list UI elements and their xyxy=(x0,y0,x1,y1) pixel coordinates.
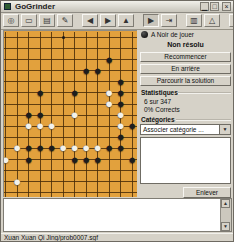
board-point-5-7[interactable] xyxy=(58,110,70,121)
white-stone: ● xyxy=(59,142,67,155)
board-point-10-13[interactable] xyxy=(115,176,127,187)
black-stone: ● xyxy=(117,97,125,110)
board-point-4-8[interactable]: ● xyxy=(46,121,58,132)
board-point-8-4[interactable] xyxy=(92,76,104,87)
board-point-5-12[interactable] xyxy=(58,165,70,176)
board-point-0-2[interactable] xyxy=(3,54,12,65)
board-point-11-1[interactable] xyxy=(127,43,138,54)
board-point-10-3[interactable] xyxy=(115,65,127,76)
board-point-10-8[interactable]: ● xyxy=(115,121,127,132)
remove-button[interactable]: Enlever xyxy=(183,187,231,198)
white-stone: ● xyxy=(71,142,79,155)
board-point-8-5[interactable] xyxy=(92,87,104,98)
side-panel: A Noir de jouer Non résolu Recommencer E… xyxy=(138,30,233,197)
board-point-1-4[interactable] xyxy=(12,76,24,87)
board-point-11-7[interactable] xyxy=(127,110,138,121)
white-stone: ● xyxy=(3,153,10,166)
status-bar: Xuan Xuan Qi Jing/prob0007.sgf xyxy=(1,233,233,242)
toolbar-button-mark[interactable]: ▲ xyxy=(118,14,134,27)
board-point-8-3[interactable]: ● xyxy=(92,65,104,76)
copy-icon: ▥ xyxy=(190,16,198,25)
status-file-path: Xuan Xuan Qi Jing/prob0007.sgf xyxy=(4,234,98,241)
board-point-11-11[interactable]: ● xyxy=(127,154,138,165)
window-title: GoGrinder xyxy=(15,2,55,12)
board-point-10-2[interactable] xyxy=(115,54,127,65)
board-point-7-7[interactable] xyxy=(81,110,93,121)
board-point-4-9[interactable] xyxy=(46,132,58,143)
board-point-4-11[interactable] xyxy=(46,154,58,165)
zoom-icon: ◎ xyxy=(8,16,15,25)
board-point-3-14[interactable] xyxy=(35,187,47,197)
board-point-4-0[interactable] xyxy=(46,32,58,43)
board-point-5-2[interactable] xyxy=(58,54,70,65)
board-point-3-13[interactable] xyxy=(35,176,47,187)
board-point-3-0[interactable] xyxy=(35,32,47,43)
board-point-11-3[interactable] xyxy=(127,65,138,76)
board-point-0-4[interactable] xyxy=(3,76,12,87)
white-stone: ● xyxy=(117,120,125,133)
board-point-4-2[interactable] xyxy=(46,54,58,65)
board-point-2-7[interactable]: ● xyxy=(23,110,35,121)
toolbar-button-play[interactable]: ▶ xyxy=(143,14,159,27)
black-stone: ● xyxy=(128,120,136,133)
board-point-10-11[interactable] xyxy=(115,154,127,165)
black-stone: ● xyxy=(36,86,44,99)
board-point-10-4[interactable]: ● xyxy=(115,76,127,87)
board-point-0-6[interactable] xyxy=(3,99,12,110)
board-point-8-13[interactable] xyxy=(92,176,104,187)
board-point-7-1[interactable] xyxy=(81,43,93,54)
hoshi-point xyxy=(62,36,65,39)
toolbar: ◎▭▤✎◀▶▲▶⇥▥△◇▦ xyxy=(1,13,233,30)
board-point-11-14[interactable] xyxy=(127,187,138,197)
board-point-9-9[interactable] xyxy=(104,132,116,143)
skip-icon: ⇥ xyxy=(166,16,173,25)
board-point-9-10[interactable]: ● xyxy=(104,143,116,154)
board-point-0-10[interactable] xyxy=(3,143,12,154)
board-point-7-14[interactable] xyxy=(81,187,93,197)
vertical-scrollbar[interactable]: ▲ ▼ xyxy=(220,199,231,231)
browse-solution-button[interactable]: Parcourir la solution xyxy=(140,76,231,86)
board-point-1-1[interactable] xyxy=(12,43,24,54)
board-point-3-6[interactable] xyxy=(35,99,47,110)
board-point-4-13[interactable] xyxy=(46,176,58,187)
black-stone: ● xyxy=(117,86,125,99)
toolbar-button-prev-problem[interactable]: ◀ xyxy=(82,14,98,27)
board-point-0-7[interactable] xyxy=(3,110,12,121)
toolbar-button-collection[interactable]: ▤ xyxy=(39,14,55,27)
board-point-4-3[interactable] xyxy=(46,65,58,76)
step-back-button[interactable]: En arrière xyxy=(140,64,231,74)
board-point-1-14[interactable] xyxy=(12,187,24,197)
black-stone: ● xyxy=(25,142,33,155)
black-stone: ● xyxy=(71,153,79,166)
board-point-9-4[interactable] xyxy=(104,76,116,87)
board-point-6-8[interactable] xyxy=(69,121,81,132)
board-point-10-0[interactable] xyxy=(115,32,127,43)
black-stone: ● xyxy=(36,108,44,121)
board-point-7-9[interactable] xyxy=(81,132,93,143)
black-stone: ● xyxy=(94,64,102,77)
go-board[interactable]: ●●●●●●●●●●●●●●●●●●●●●●●●●●●●●●●●●●●●● xyxy=(3,30,137,197)
title-bar[interactable]: GoGrinder ▁ □ × xyxy=(1,1,233,13)
board-point-8-14[interactable] xyxy=(92,187,104,197)
statistics-title: Statistiques xyxy=(141,89,178,96)
chevron-down-icon[interactable]: ▼ xyxy=(219,125,230,134)
black-stone: ● xyxy=(105,142,113,155)
white-stone: ● xyxy=(94,142,102,155)
board-point-10-12[interactable] xyxy=(115,165,127,176)
board-point-1-8[interactable] xyxy=(12,121,24,132)
board-point-8-11[interactable]: ● xyxy=(92,154,104,165)
black-stone: ● xyxy=(117,131,125,144)
board-point-5-5[interactable] xyxy=(58,87,70,98)
board-point-5-11[interactable] xyxy=(58,154,70,165)
toolbar-button-skip[interactable]: ⇥ xyxy=(161,14,177,27)
white-stone: ● xyxy=(82,142,90,155)
board-point-4-14[interactable] xyxy=(46,187,58,197)
board-point-6-12[interactable] xyxy=(69,165,81,176)
board-point-3-10[interactable]: ● xyxy=(35,143,47,154)
board-point-6-6[interactable] xyxy=(69,99,81,110)
board-point-7-5[interactable] xyxy=(81,87,93,98)
white-stone: ● xyxy=(36,120,44,133)
board-point-6-13[interactable] xyxy=(69,176,81,187)
toolbar-button-next-problem[interactable]: ▶ xyxy=(100,14,116,27)
board-point-2-12[interactable] xyxy=(23,165,35,176)
board-point-0-11[interactable]: ● xyxy=(3,154,12,165)
board-point-4-6[interactable] xyxy=(46,99,58,110)
solved-status-label: Non résolu xyxy=(138,41,233,48)
board-point-4-4[interactable] xyxy=(46,76,58,87)
board-point-4-12[interactable] xyxy=(46,165,58,176)
board-point-0-5[interactable] xyxy=(3,87,12,98)
board-point-2-9[interactable] xyxy=(23,132,35,143)
board-point-7-10[interactable]: ● xyxy=(81,143,93,154)
board-point-2-0[interactable] xyxy=(23,32,35,43)
black-stone: ● xyxy=(117,142,125,155)
warning-icon: △ xyxy=(209,16,215,25)
board-point-2-8[interactable]: ● xyxy=(23,121,35,132)
category-combobox[interactable]: Associer catégorie ... ▼ xyxy=(140,124,231,135)
black-stone: ● xyxy=(71,86,79,99)
board-point-7-4[interactable] xyxy=(81,76,93,87)
board-point-9-8[interactable] xyxy=(104,121,116,132)
black-stone: ● xyxy=(94,153,102,166)
black-stone: ● xyxy=(117,75,125,88)
board-point-5-13[interactable] xyxy=(58,176,70,187)
toolbar-button-zoom[interactable]: ◎ xyxy=(3,14,19,27)
restart-button[interactable]: Recommencer xyxy=(140,52,231,62)
board-point-2-10[interactable]: ● xyxy=(23,143,35,154)
board-point-11-8[interactable]: ● xyxy=(127,121,138,132)
board-point-6-3[interactable] xyxy=(69,65,81,76)
toolbar-button-warning[interactable]: △ xyxy=(204,14,220,27)
board-point-2-4[interactable] xyxy=(23,76,35,87)
collection-icon: ▤ xyxy=(43,16,51,25)
board-point-4-7[interactable] xyxy=(46,110,58,121)
play-icon: ▶ xyxy=(148,16,154,25)
board-point-3-5[interactable]: ● xyxy=(35,87,47,98)
board-point-9-1[interactable] xyxy=(104,43,116,54)
board-point-1-5[interactable] xyxy=(12,87,24,98)
board-point-6-7[interactable]: ● xyxy=(69,110,81,121)
board-point-9-13[interactable] xyxy=(104,176,116,187)
comments-textarea[interactable]: ▲ ▼ xyxy=(3,198,232,232)
board-point-9-2[interactable]: ● xyxy=(104,54,116,65)
board-point-5-9[interactable] xyxy=(58,132,70,143)
app-icon xyxy=(4,3,11,10)
board-point-10-9[interactable]: ● xyxy=(115,132,127,143)
board-point-4-5[interactable] xyxy=(46,87,58,98)
category-combobox-value: Associer catégorie ... xyxy=(143,126,204,133)
goban-grid: ●●●●●●●●●●●●●●●●●●●●●●●●●●●●●●●●●●●●● xyxy=(3,32,137,197)
board-point-11-6[interactable] xyxy=(127,99,138,110)
white-stone: ● xyxy=(117,108,125,121)
board-point-5-14[interactable] xyxy=(58,187,70,197)
board-point-5-3[interactable] xyxy=(58,65,70,76)
white-stone: ● xyxy=(105,86,113,99)
mark-icon: ▲ xyxy=(122,16,130,25)
board-point-11-5[interactable] xyxy=(127,87,138,98)
black-stone: ● xyxy=(128,153,136,166)
scroll-up-icon[interactable]: ▲ xyxy=(221,199,230,208)
board-point-3-8[interactable]: ● xyxy=(35,121,47,132)
board-point-9-3[interactable] xyxy=(104,65,116,76)
board-point-2-2[interactable] xyxy=(23,54,35,65)
black-stone: ● xyxy=(105,53,113,66)
board-point-1-6[interactable] xyxy=(12,99,24,110)
board-point-10-6[interactable]: ● xyxy=(115,99,127,110)
black-stone: ● xyxy=(36,142,44,155)
close-button[interactable]: × xyxy=(222,2,231,11)
board-point-9-6[interactable]: ● xyxy=(104,99,116,110)
board-point-7-0[interactable] xyxy=(81,32,93,43)
board-point-6-5[interactable]: ● xyxy=(69,87,81,98)
board-point-9-7[interactable] xyxy=(104,110,116,121)
board-point-3-11[interactable] xyxy=(35,154,47,165)
board-point-1-3[interactable] xyxy=(12,65,24,76)
statistics-divider xyxy=(178,92,231,94)
board-point-7-3[interactable]: ● xyxy=(81,65,93,76)
board-point-3-12[interactable] xyxy=(35,165,47,176)
black-stone: ● xyxy=(82,153,90,166)
board-point-7-13[interactable] xyxy=(81,176,93,187)
board-point-11-4[interactable] xyxy=(127,76,138,87)
board-point-11-0[interactable] xyxy=(127,32,138,43)
progress-count-label: 6 sur 347 xyxy=(144,98,171,105)
board-point-6-9[interactable] xyxy=(69,132,81,143)
board-point-1-10[interactable]: ● xyxy=(12,143,24,154)
gogrinder-window: GoGrinder ▁ □ × ◎▭▤✎◀▶▲▶⇥▥△◇▦ ●●●●●●●●●●… xyxy=(0,0,234,242)
board-point-5-0[interactable] xyxy=(58,32,70,43)
board-point-1-7[interactable] xyxy=(12,110,24,121)
board-point-1-0[interactable] xyxy=(12,32,24,43)
board-point-2-5[interactable] xyxy=(23,87,35,98)
minimize-button[interactable]: ▁ xyxy=(200,2,209,11)
maximize-button[interactable]: □ xyxy=(210,2,219,11)
white-stone: ● xyxy=(13,175,21,188)
board-point-3-9[interactable] xyxy=(35,132,47,143)
board-point-2-1[interactable] xyxy=(23,43,35,54)
prev-problem-icon: ◀ xyxy=(87,16,93,25)
black-stone: ● xyxy=(25,153,33,166)
white-stone: ● xyxy=(105,97,113,110)
board-point-9-11[interactable] xyxy=(104,154,116,165)
white-stone: ● xyxy=(25,120,33,133)
board-point-9-5[interactable]: ● xyxy=(104,87,116,98)
board-point-0-1[interactable] xyxy=(3,43,12,54)
board-point-2-14[interactable] xyxy=(23,187,35,197)
to-move-label: A Noir de jouer xyxy=(151,31,194,39)
board-point-5-8[interactable] xyxy=(58,121,70,132)
board-point-6-14[interactable] xyxy=(69,187,81,197)
board-point-8-7[interactable] xyxy=(92,110,104,121)
category-listbox[interactable] xyxy=(140,137,231,184)
board-point-8-2[interactable] xyxy=(92,54,104,65)
board-point-1-12[interactable] xyxy=(12,165,24,176)
board-point-6-4[interactable] xyxy=(69,76,81,87)
board-point-0-13[interactable] xyxy=(3,176,12,187)
board-point-5-4[interactable] xyxy=(58,76,70,87)
board-point-8-12[interactable] xyxy=(92,165,104,176)
board-point-11-10[interactable] xyxy=(127,143,138,154)
board-point-6-1[interactable] xyxy=(69,43,81,54)
board-point-8-9[interactable] xyxy=(92,132,104,143)
board-point-5-10[interactable]: ● xyxy=(58,143,70,154)
toolbar-button-hint[interactable]: ◇ xyxy=(229,14,234,27)
board-point-9-0[interactable] xyxy=(104,32,116,43)
toolbar-button-copy[interactable]: ▥ xyxy=(186,14,202,27)
board-point-10-7[interactable]: ● xyxy=(115,110,127,121)
percent-correct-label: 0% Corrects xyxy=(144,106,180,113)
board-point-4-1[interactable] xyxy=(46,43,58,54)
file-icon: ▭ xyxy=(25,16,33,25)
white-stone: ● xyxy=(13,142,21,155)
board-point-8-8[interactable] xyxy=(92,121,104,132)
black-stone: ● xyxy=(82,64,90,77)
board-point-10-5[interactable]: ● xyxy=(115,87,127,98)
black-stone: ● xyxy=(25,108,33,121)
board-point-2-3[interactable] xyxy=(23,65,35,76)
board-point-8-1[interactable] xyxy=(92,43,104,54)
board-point-6-10[interactable]: ● xyxy=(69,143,81,154)
board-point-7-2[interactable] xyxy=(81,54,93,65)
board-point-1-9[interactable] xyxy=(12,132,24,143)
board-point-11-12[interactable] xyxy=(127,165,138,176)
board-point-7-11[interactable]: ● xyxy=(81,154,93,165)
board-point-3-2[interactable] xyxy=(35,54,47,65)
board-point-3-4[interactable] xyxy=(35,76,47,87)
board-point-9-12[interactable] xyxy=(104,165,116,176)
board-point-10-10[interactable]: ● xyxy=(115,143,127,154)
board-point-10-1[interactable] xyxy=(115,43,127,54)
categories-title: Catégories xyxy=(141,116,175,123)
board-point-9-14[interactable] xyxy=(104,187,116,197)
board-point-7-6[interactable] xyxy=(81,99,93,110)
board-point-2-13[interactable] xyxy=(23,176,35,187)
board-point-8-10[interactable]: ● xyxy=(92,143,104,154)
board-point-0-9[interactable] xyxy=(3,132,12,143)
black-stone: ● xyxy=(48,142,56,155)
board-point-0-0[interactable] xyxy=(3,32,12,43)
board-point-4-10[interactable]: ● xyxy=(46,143,58,154)
board-point-11-2[interactable] xyxy=(127,54,138,65)
board-point-10-14[interactable] xyxy=(115,187,127,197)
board-point-6-11[interactable]: ● xyxy=(69,154,81,165)
board-point-6-2[interactable] xyxy=(69,54,81,65)
toolbar-button-edit[interactable]: ✎ xyxy=(57,14,73,27)
board-point-5-6[interactable] xyxy=(58,99,70,110)
board-point-7-8[interactable] xyxy=(81,121,93,132)
scroll-down-icon[interactable]: ▼ xyxy=(221,222,230,231)
board-point-3-1[interactable] xyxy=(35,43,47,54)
black-stone-icon xyxy=(141,31,148,38)
board-point-2-6[interactable] xyxy=(23,99,35,110)
board-point-0-12[interactable] xyxy=(3,165,12,176)
board-point-3-7[interactable]: ● xyxy=(35,110,47,121)
board-point-8-6[interactable] xyxy=(92,99,104,110)
board-point-0-3[interactable] xyxy=(3,65,12,76)
toolbar-button-file[interactable]: ▭ xyxy=(21,14,37,27)
white-stone: ● xyxy=(71,108,79,121)
next-problem-icon: ▶ xyxy=(105,16,111,25)
board-point-5-1[interactable] xyxy=(58,43,70,54)
categories-divider xyxy=(176,119,231,121)
board-point-0-8[interactable] xyxy=(3,121,12,132)
white-stone: ● xyxy=(48,120,56,133)
board-point-1-2[interactable] xyxy=(12,54,24,65)
board-point-1-13[interactable]: ● xyxy=(12,176,24,187)
board-point-7-12[interactable] xyxy=(81,165,93,176)
board-point-11-13[interactable] xyxy=(127,176,138,187)
board-point-11-9[interactable] xyxy=(127,132,138,143)
board-point-2-11[interactable]: ● xyxy=(23,154,35,165)
board-point-1-11[interactable] xyxy=(12,154,24,165)
board-point-6-0[interactable] xyxy=(69,32,81,43)
board-point-8-0[interactable] xyxy=(92,32,104,43)
board-point-3-3[interactable] xyxy=(35,65,47,76)
edit-icon: ✎ xyxy=(62,16,69,25)
board-point-0-14[interactable] xyxy=(3,187,12,197)
